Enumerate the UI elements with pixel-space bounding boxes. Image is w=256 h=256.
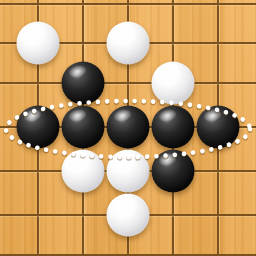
black-stone-r3c1 bbox=[62, 106, 105, 149]
black-stone-r3c4 bbox=[197, 106, 240, 149]
white-stone-r5c2 bbox=[107, 194, 150, 237]
black-stone-r3c3 bbox=[152, 106, 195, 149]
black-stone-r2c1 bbox=[62, 62, 105, 105]
black-stone-r3c2 bbox=[107, 106, 150, 149]
gomoku-game-screen bbox=[0, 0, 256, 256]
game-board[interactable] bbox=[0, 0, 256, 256]
black-stone-r4c3 bbox=[152, 150, 195, 193]
white-stone-r1c0 bbox=[17, 22, 60, 65]
white-stone-r4c1 bbox=[62, 150, 105, 193]
black-stone-r3c0 bbox=[17, 106, 60, 149]
white-stone-r1c2 bbox=[107, 22, 150, 65]
white-stone-r4c2 bbox=[107, 150, 150, 193]
white-stone-r2c3 bbox=[152, 62, 195, 105]
